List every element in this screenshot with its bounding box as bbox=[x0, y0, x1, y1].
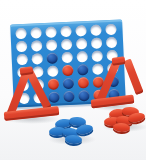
empty-hole bbox=[32, 53, 43, 64]
blue-disc bbox=[63, 78, 74, 89]
empty-hole bbox=[30, 27, 41, 38]
blue-disc bbox=[78, 90, 89, 101]
connect-four-board bbox=[10, 20, 126, 108]
connect-four-scene bbox=[0, 0, 146, 160]
empty-hole bbox=[31, 40, 42, 51]
blue-disc bbox=[46, 52, 57, 63]
board-cell-r3-c4[interactable] bbox=[59, 51, 75, 65]
board-cell-r6-c4[interactable] bbox=[61, 90, 77, 104]
board-cell-r1-c3[interactable] bbox=[43, 25, 59, 39]
empty-hole bbox=[47, 65, 58, 76]
blue-disc bbox=[77, 64, 88, 75]
board-cell-r5-c3[interactable] bbox=[46, 77, 62, 91]
empty-hole bbox=[91, 37, 102, 48]
empty-hole bbox=[91, 50, 102, 61]
board-cell-r4-c3[interactable] bbox=[45, 64, 61, 78]
red-disc bbox=[48, 78, 59, 89]
board-cell-r2-c1[interactable] bbox=[14, 40, 30, 54]
board-cell-r1-c4[interactable] bbox=[58, 25, 74, 39]
empty-hole bbox=[61, 39, 72, 50]
board-cell-r2-c2[interactable] bbox=[29, 39, 45, 53]
empty-hole bbox=[76, 51, 87, 62]
empty-hole bbox=[106, 37, 117, 48]
board-cell-r2-c7[interactable] bbox=[104, 36, 120, 50]
board-cell-r2-c4[interactable] bbox=[59, 38, 75, 52]
empty-hole bbox=[75, 25, 86, 36]
empty-hole bbox=[61, 52, 72, 63]
board-cell-r3-c2[interactable] bbox=[29, 52, 45, 66]
empty-hole bbox=[16, 41, 27, 52]
right-stand-rear-strut bbox=[123, 59, 143, 95]
board-cell-r5-c5[interactable] bbox=[76, 76, 92, 90]
board-cell-r2-c5[interactable] bbox=[74, 37, 90, 51]
board-cell-r1-c5[interactable] bbox=[73, 24, 89, 38]
board-cell-r1-c2[interactable] bbox=[28, 26, 44, 40]
empty-hole bbox=[92, 63, 103, 74]
empty-hole bbox=[105, 24, 116, 35]
empty-hole bbox=[76, 38, 87, 49]
board-cell-r2-c6[interactable] bbox=[89, 36, 105, 50]
board-cell-r3-c1[interactable] bbox=[14, 53, 30, 67]
board-cell-r1-c7[interactable] bbox=[103, 23, 119, 37]
red-disc bbox=[78, 77, 89, 88]
blue-disc bbox=[63, 91, 74, 102]
board-cell-r4-c4[interactable] bbox=[60, 64, 76, 78]
red-disc bbox=[62, 65, 73, 76]
empty-hole bbox=[17, 54, 28, 65]
empty-hole bbox=[46, 39, 57, 50]
board-cell-r1-c1[interactable] bbox=[13, 27, 29, 41]
empty-hole bbox=[45, 26, 56, 37]
board-cell-r5-c4[interactable] bbox=[61, 77, 77, 91]
board-cell-r3-c6[interactable] bbox=[89, 49, 105, 63]
board-cell-r4-c5[interactable] bbox=[75, 63, 91, 77]
board-cell-r6-c5[interactable] bbox=[76, 89, 92, 103]
board-cell-r3-c3[interactable] bbox=[44, 51, 60, 65]
empty-hole bbox=[60, 26, 71, 37]
empty-hole bbox=[90, 24, 101, 35]
board-grid bbox=[10, 20, 126, 106]
blue-disc bbox=[48, 91, 59, 102]
board-cell-r3-c5[interactable] bbox=[74, 50, 90, 64]
board-cell-r1-c6[interactable] bbox=[88, 23, 104, 37]
board-cell-r2-c3[interactable] bbox=[44, 38, 60, 52]
board-cell-r4-c6[interactable] bbox=[90, 62, 106, 76]
empty-hole bbox=[15, 28, 26, 39]
